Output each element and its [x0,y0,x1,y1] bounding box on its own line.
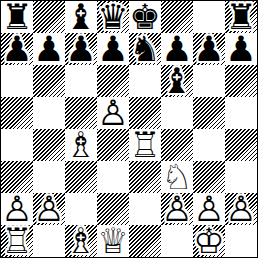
white-bishop-glyph: ♗ [65,225,97,257]
square-e6[interactable] [129,65,161,97]
square-b5[interactable] [33,97,65,129]
white-king-g1[interactable]: ♚♔ [193,225,225,257]
square-g4[interactable] [193,129,225,161]
square-c3[interactable] [65,161,97,193]
square-f2[interactable]: ♟♙ [161,193,193,225]
black-pawn-glyph: ♟ [33,33,65,65]
square-b6[interactable] [33,65,65,97]
square-c1[interactable]: ♝♗ [65,225,97,257]
square-g5[interactable] [193,97,225,129]
square-d4[interactable] [97,129,129,161]
square-d5[interactable]: ♟♙ [97,97,129,129]
white-queen-glyph: ♕ [97,225,129,257]
square-h2[interactable]: ♟♙ [225,193,257,225]
square-a4[interactable] [1,129,33,161]
square-e1[interactable] [129,225,161,257]
black-pawn-glyph: ♟ [225,33,257,65]
white-bishop-c1[interactable]: ♝♗ [65,225,97,257]
black-bishop-glyph: ♝ [161,65,193,97]
white-pawn-glyph: ♙ [97,97,129,129]
square-e3[interactable] [129,161,161,193]
square-c4[interactable]: ♝♗ [65,129,97,161]
white-pawn-glyph: ♙ [33,193,65,225]
square-b7[interactable]: ♟♟ [33,33,65,65]
black-pawn-glyph: ♟ [97,33,129,65]
white-bishop-c4[interactable]: ♝♗ [65,129,97,161]
black-pawn-c7[interactable]: ♟♟ [65,33,97,65]
white-rook-glyph: ♖ [1,225,33,257]
square-c6[interactable] [65,65,97,97]
white-pawn-glyph: ♙ [161,193,193,225]
square-d1[interactable]: ♛♕ [97,225,129,257]
black-pawn-glyph: ♟ [1,33,33,65]
square-c7[interactable]: ♟♟ [65,33,97,65]
square-b4[interactable] [33,129,65,161]
white-rook-e4[interactable]: ♜♖ [129,129,161,161]
white-king-glyph: ♔ [193,225,225,257]
square-h7[interactable]: ♟♟ [225,33,257,65]
square-g6[interactable] [193,65,225,97]
square-a6[interactable] [1,65,33,97]
square-f6[interactable]: ♝♝ [161,65,193,97]
square-f5[interactable] [161,97,193,129]
square-d7[interactable]: ♟♟ [97,33,129,65]
black-pawn-g7[interactable]: ♟♟ [193,33,225,65]
square-f1[interactable] [161,225,193,257]
white-bishop-glyph: ♗ [65,129,97,161]
square-e2[interactable] [129,193,161,225]
square-e7[interactable]: ♞♞ [129,33,161,65]
white-rook-glyph: ♖ [129,129,161,161]
square-a1[interactable]: ♜♖ [1,225,33,257]
square-b1[interactable] [33,225,65,257]
black-bishop-f6[interactable]: ♝♝ [161,65,193,97]
white-pawn-f2[interactable]: ♟♙ [161,193,193,225]
square-d3[interactable] [97,161,129,193]
white-pawn-b2[interactable]: ♟♙ [33,193,65,225]
white-pawn-h2[interactable]: ♟♙ [225,193,257,225]
black-knight-glyph: ♞ [129,33,161,65]
square-b2[interactable]: ♟♙ [33,193,65,225]
square-g7[interactable]: ♟♟ [193,33,225,65]
white-pawn-glyph: ♙ [225,193,257,225]
black-pawn-h7[interactable]: ♟♟ [225,33,257,65]
black-knight-e7[interactable]: ♞♞ [129,33,161,65]
square-g1[interactable]: ♚♔ [193,225,225,257]
square-h5[interactable] [225,97,257,129]
square-a5[interactable] [1,97,33,129]
black-pawn-b7[interactable]: ♟♟ [33,33,65,65]
chess-board: ♜♜♝♝♛♛♚♚♜♜♟♟♟♟♟♟♟♟♞♞♟♟♟♟♟♟♝♝♟♙♝♗♜♖♞♘♟♙♟♙… [0,0,258,258]
square-e4[interactable]: ♜♖ [129,129,161,161]
square-h1[interactable] [225,225,257,257]
white-pawn-d5[interactable]: ♟♙ [97,97,129,129]
black-pawn-glyph: ♟ [65,33,97,65]
white-queen-d1[interactable]: ♛♕ [97,225,129,257]
square-h6[interactable] [225,65,257,97]
white-rook-a1[interactable]: ♜♖ [1,225,33,257]
square-a7[interactable]: ♟♟ [1,33,33,65]
square-h4[interactable] [225,129,257,161]
black-pawn-glyph: ♟ [193,33,225,65]
black-pawn-a7[interactable]: ♟♟ [1,33,33,65]
black-pawn-d7[interactable]: ♟♟ [97,33,129,65]
